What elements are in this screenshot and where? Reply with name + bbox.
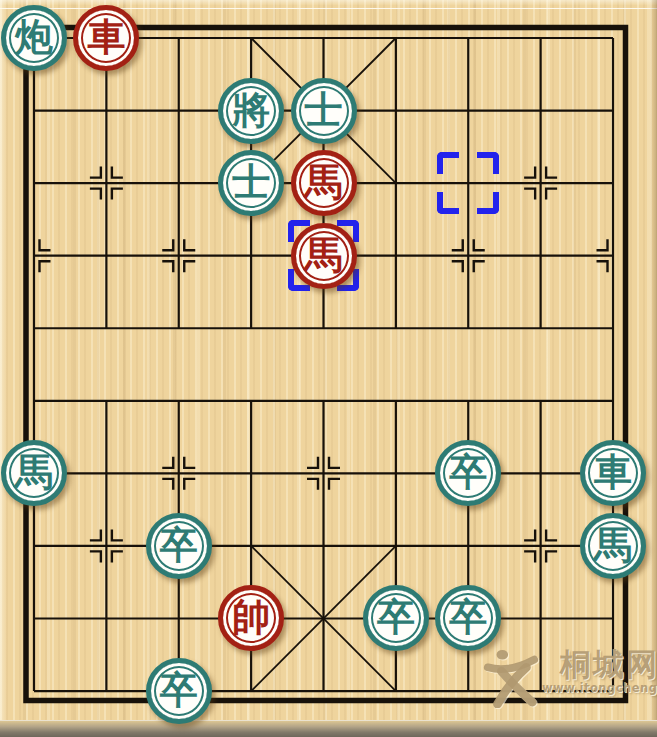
piece-black-soldier[interactable]: 卒 — [146, 513, 212, 579]
piece-black-soldier[interactable]: 卒 — [435, 585, 501, 651]
last-move-origin-marker — [437, 152, 499, 214]
bracket-corner-bl — [437, 192, 459, 214]
board-point: 車 — [70, 2, 142, 75]
xiangqi-board: 炮車將士士馬馬馬卒車卒馬帥卒卒卒 桐城网 www.itongcheng.cc — [0, 0, 657, 737]
piece-glyph: 卒 — [160, 526, 198, 564]
piece-red-general[interactable]: 帥 — [218, 585, 284, 651]
board-point: 卒 — [143, 510, 215, 583]
piece-black-chariot[interactable]: 車 — [580, 440, 646, 506]
board-point: 士 — [215, 147, 287, 220]
piece-glyph: 馬 — [305, 236, 343, 274]
board-point: 馬 — [287, 147, 359, 220]
board-point: 炮 — [0, 2, 70, 75]
board-point: 馬 — [0, 437, 70, 510]
piece-black-soldier[interactable]: 卒 — [363, 585, 429, 651]
piece-black-horse[interactable]: 馬 — [580, 513, 646, 579]
piece-black-soldier[interactable]: 卒 — [435, 440, 501, 506]
piece-glyph: 帥 — [232, 598, 270, 636]
piece-glyph: 卒 — [160, 671, 198, 709]
board-point: 馬 — [287, 219, 359, 292]
piece-glyph: 卒 — [377, 598, 415, 636]
piece-grid: 炮車將士士馬馬馬卒車卒馬帥卒卒卒 — [0, 2, 649, 727]
board-point: 卒 — [143, 655, 215, 728]
piece-black-advisor[interactable]: 士 — [218, 150, 284, 216]
piece-glyph: 馬 — [305, 163, 343, 201]
board-point: 車 — [577, 437, 649, 510]
piece-black-soldier[interactable]: 卒 — [146, 658, 212, 724]
piece-red-horse[interactable]: 馬 — [291, 223, 357, 289]
board-point: 卒 — [360, 582, 432, 655]
bracket-corner-tl — [437, 152, 459, 174]
piece-black-horse[interactable]: 馬 — [1, 440, 67, 506]
piece-red-chariot[interactable]: 車 — [73, 5, 139, 71]
board-point: 馬 — [577, 510, 649, 583]
board-point: 士 — [287, 74, 359, 147]
piece-glyph: 卒 — [449, 598, 487, 636]
bracket-corner-br — [477, 192, 499, 214]
board-point: 卒 — [432, 437, 504, 510]
board-point: 卒 — [432, 582, 504, 655]
piece-red-horse[interactable]: 馬 — [291, 150, 357, 216]
piece-glyph: 馬 — [15, 453, 53, 491]
piece-glyph: 卒 — [449, 453, 487, 491]
piece-glyph: 將 — [232, 91, 270, 129]
piece-glyph: 士 — [305, 91, 343, 129]
piece-glyph: 炮 — [15, 18, 53, 56]
piece-black-general[interactable]: 將 — [218, 78, 284, 144]
piece-glyph: 車 — [594, 453, 632, 491]
board-point: 將 — [215, 74, 287, 147]
piece-glyph: 士 — [232, 163, 270, 201]
bracket-corner-tr — [477, 152, 499, 174]
board-point: 帥 — [215, 582, 287, 655]
piece-glyph: 馬 — [594, 526, 632, 564]
last-move-origin-point — [432, 147, 504, 220]
piece-black-cannon[interactable]: 炮 — [1, 5, 67, 71]
piece-glyph: 車 — [87, 18, 125, 56]
piece-black-advisor[interactable]: 士 — [291, 78, 357, 144]
